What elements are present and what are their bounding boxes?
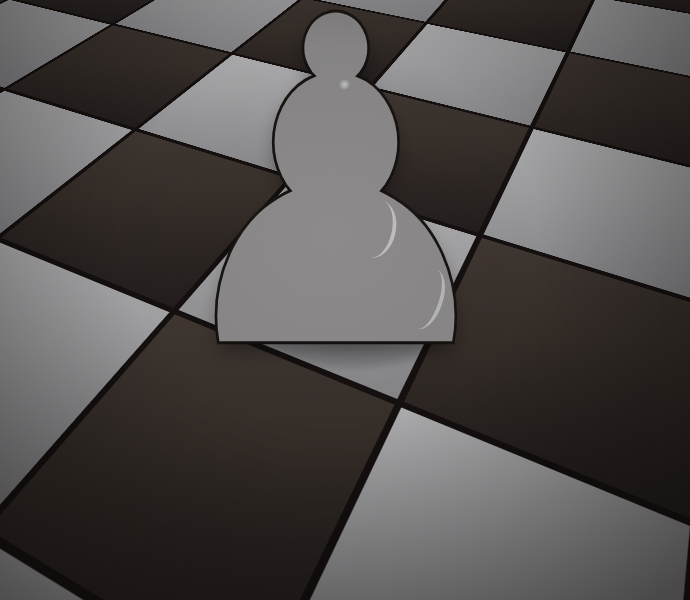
vignette-overlay (0, 0, 690, 600)
chess-scene: ♟ (0, 0, 690, 600)
